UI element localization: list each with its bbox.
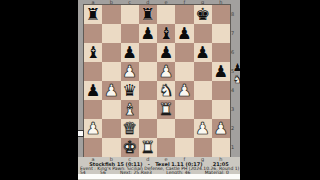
square-h3[interactable] — [212, 100, 230, 119]
square-f7[interactable]: ♟ — [175, 24, 193, 43]
square-f5[interactable] — [175, 62, 193, 81]
piece-black-P-f7: ♟ — [175, 24, 193, 43]
square-f6[interactable] — [175, 43, 193, 62]
square-h8[interactable] — [212, 5, 230, 24]
piece-black-R-d8: ♜ — [139, 5, 157, 24]
square-h7[interactable] — [212, 24, 230, 43]
square-b7[interactable] — [102, 24, 120, 43]
square-a8[interactable]: ♜ — [84, 5, 102, 24]
material-column: ♟♞ — [234, 62, 241, 85]
piece-white-N-e4: ♞ — [157, 81, 175, 100]
white-to-move-indicator — [78, 130, 84, 137]
piece-black-P-h5: ♟ — [212, 62, 230, 81]
square-g1[interactable] — [194, 138, 212, 157]
rank-label-7: 7 — [231, 24, 237, 43]
square-b6[interactable] — [102, 43, 120, 62]
square-e2[interactable] — [157, 119, 175, 138]
chess-gui-area: abcdefgh ♜♜♚♟♝♟♝♟♟♟♟♟♟♟♟♛♞♟♝♜♟♛♟♟♚♜ abcd… — [78, 0, 240, 180]
square-b3[interactable] — [102, 100, 120, 119]
square-d7[interactable]: ♟ — [139, 24, 157, 43]
square-a6[interactable]: ♝ — [84, 43, 102, 62]
square-c4[interactable]: ♛ — [121, 81, 139, 100]
piece-black-P-a4: ♟ — [84, 81, 102, 100]
square-g8[interactable]: ♚ — [194, 5, 212, 24]
square-f1[interactable] — [175, 138, 193, 157]
square-c1[interactable]: ♚ — [121, 138, 139, 157]
piece-black-B-e7: ♝ — [157, 24, 175, 43]
square-b4[interactable]: ♟ — [102, 81, 120, 100]
square-d8[interactable]: ♜ — [139, 5, 157, 24]
square-b8[interactable] — [102, 5, 120, 24]
square-h5[interactable]: ♟ — [212, 62, 230, 81]
square-c7[interactable] — [121, 24, 139, 43]
square-c3[interactable]: ♝ — [121, 100, 139, 119]
square-c6[interactable]: ♟ — [121, 43, 139, 62]
square-e8[interactable] — [157, 5, 175, 24]
square-g6[interactable]: ♟ — [194, 43, 212, 62]
square-e7[interactable]: ♝ — [157, 24, 175, 43]
chess-board: ♜♜♚♟♝♟♝♟♟♟♟♟♟♟♟♛♞♟♝♜♟♛♟♟♚♜ — [84, 5, 230, 157]
square-f3[interactable] — [175, 100, 193, 119]
square-d4[interactable] — [139, 81, 157, 100]
rank-label-6: 6 — [231, 43, 237, 62]
piece-black-P-e6: ♟ — [157, 43, 175, 62]
square-c8[interactable] — [121, 5, 139, 24]
piece-black-P-c6: ♟ — [121, 43, 139, 62]
square-d6[interactable] — [139, 43, 157, 62]
piece-white-P-a2: ♟ — [84, 119, 102, 138]
square-g3[interactable] — [194, 100, 212, 119]
square-e6[interactable]: ♟ — [157, 43, 175, 62]
square-e5[interactable]: ♟ — [157, 62, 175, 81]
square-f8[interactable] — [175, 5, 193, 24]
rank-label-1: 1 — [231, 138, 237, 157]
square-b2[interactable] — [102, 119, 120, 138]
piece-black-Q-c4: ♛ — [121, 81, 139, 100]
square-e3[interactable]: ♜ — [157, 100, 175, 119]
square-b5[interactable] — [102, 62, 120, 81]
square-h1[interactable] — [212, 138, 230, 157]
piece-white-P-g2: ♟ — [194, 119, 212, 138]
square-a2[interactable]: ♟ — [84, 119, 102, 138]
square-g7[interactable] — [194, 24, 212, 43]
piece-white-P-b4: ♟ — [102, 81, 120, 100]
piece-white-Q-c2: ♛ — [121, 119, 139, 138]
square-h4[interactable] — [212, 81, 230, 100]
square-d3[interactable] — [139, 100, 157, 119]
square-g5[interactable] — [194, 62, 212, 81]
square-h2[interactable]: ♟ — [212, 119, 230, 138]
piece-black-P-g6: ♟ — [194, 43, 212, 62]
square-g4[interactable] — [194, 81, 212, 100]
piece-black-P-d7: ♟ — [139, 24, 157, 43]
piece-white-P-f4: ♟ — [175, 81, 193, 100]
piece-black-K-g8: ♚ — [194, 5, 212, 24]
square-e1[interactable] — [157, 138, 175, 157]
rank-label-8: 8 — [231, 5, 237, 24]
square-c5[interactable]: ♟ — [121, 62, 139, 81]
piece-black-R-a8: ♜ — [84, 5, 102, 24]
piece-white-P-e5: ♟ — [157, 62, 175, 81]
video-frame: abcdefgh ♜♜♚♟♝♟♝♟♟♟♟♟♟♟♟♛♞♟♝♜♟♛♟♟♚♜ abcd… — [0, 0, 320, 180]
square-a7[interactable] — [84, 24, 102, 43]
white-knight-icon: ♞ — [233, 74, 240, 86]
square-b1[interactable] — [102, 138, 120, 157]
square-c2[interactable]: ♛ — [121, 119, 139, 138]
square-d2[interactable] — [139, 119, 157, 138]
square-f2[interactable] — [175, 119, 193, 138]
rank-label-3: 3 — [231, 100, 237, 119]
piece-black-B-a6: ♝ — [84, 43, 102, 62]
piece-white-P-h2: ♟ — [212, 119, 230, 138]
square-g2[interactable]: ♟ — [194, 119, 212, 138]
square-d1[interactable]: ♜ — [139, 138, 157, 157]
piece-white-B-c3: ♝ — [121, 100, 139, 119]
square-a5[interactable] — [84, 62, 102, 81]
square-d5[interactable] — [139, 62, 157, 81]
piece-white-R-d1: ♜ — [139, 138, 157, 157]
square-f4[interactable]: ♟ — [175, 81, 193, 100]
black-pawn-icon: ♟ — [233, 62, 240, 74]
square-e4[interactable]: ♞ — [157, 81, 175, 100]
piece-white-R-e3: ♜ — [157, 100, 175, 119]
square-a1[interactable] — [84, 138, 102, 157]
square-a3[interactable] — [84, 100, 102, 119]
piece-white-P-c5: ♟ — [121, 62, 139, 81]
rank-label-2: 2 — [231, 119, 237, 138]
square-a4[interactable]: ♟ — [84, 81, 102, 100]
square-h6[interactable] — [212, 43, 230, 62]
piece-white-K-c1: ♚ — [121, 138, 139, 157]
eval-strip: 1.28/23 0.8s — [78, 174, 240, 179]
